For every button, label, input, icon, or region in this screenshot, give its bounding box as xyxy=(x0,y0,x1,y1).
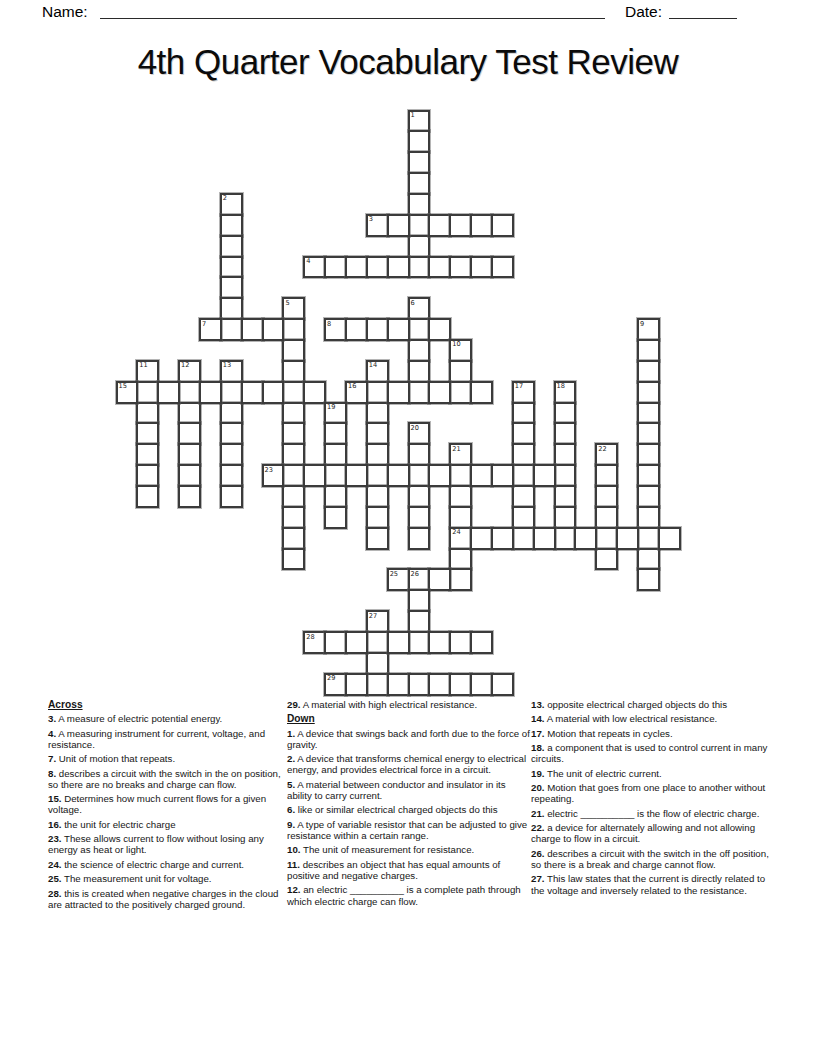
grid-cell[interactable] xyxy=(282,381,305,404)
clue-number: 25 xyxy=(390,571,398,578)
grid-cell[interactable] xyxy=(554,422,577,445)
grid-cell[interactable] xyxy=(637,548,660,571)
clue-number: 16 xyxy=(348,383,356,390)
clue-number: 15 xyxy=(119,383,127,390)
clue-number: 1 xyxy=(411,112,415,119)
grid-cell[interactable] xyxy=(387,464,410,487)
grid-cell[interactable] xyxy=(220,464,243,487)
clue-column-2: 29. A material with high electrical resi… xyxy=(287,699,531,910)
grid-cell[interactable] xyxy=(282,506,305,529)
grid-cell[interactable] xyxy=(408,610,431,633)
grid-cell[interactable] xyxy=(408,193,431,216)
grid-cell[interactable] xyxy=(345,256,368,279)
grid-cell[interactable] xyxy=(595,548,618,571)
grid-cell[interactable] xyxy=(616,527,639,550)
clue-number: 28 xyxy=(306,634,314,641)
grid-cell[interactable] xyxy=(136,402,159,425)
grid-cell[interactable] xyxy=(303,464,326,487)
grid-cell[interactable] xyxy=(470,256,493,279)
grid-cell[interactable] xyxy=(554,527,577,550)
grid-cell[interactable] xyxy=(428,256,451,279)
clue-number: 9 xyxy=(640,321,644,328)
down-clue-12: 12. an electric __________ is a complete… xyxy=(287,884,531,906)
grid-cell[interactable] xyxy=(470,464,493,487)
clue-number: 24 xyxy=(452,529,460,536)
clue-number: 17 xyxy=(515,383,523,390)
grid-cell[interactable] xyxy=(408,631,431,654)
clue-number: 27 xyxy=(369,613,377,620)
grid-cell[interactable] xyxy=(512,443,535,466)
grid-cell[interactable] xyxy=(178,443,201,466)
grid-cell[interactable] xyxy=(595,506,618,529)
grid-cell[interactable] xyxy=(199,381,222,404)
grid-cell[interactable] xyxy=(324,464,347,487)
grid-cell[interactable] xyxy=(366,443,389,466)
grid-cell[interactable] xyxy=(595,527,618,550)
across-clue-24: 24. the science of electric charge and c… xyxy=(48,859,288,870)
down-clue-19: 19. The unit of electric current. xyxy=(531,768,779,779)
grid-cell[interactable] xyxy=(449,485,472,508)
grid-cell[interactable] xyxy=(637,381,660,404)
down-clue-20: 20. Motion that goes from one place to a… xyxy=(531,782,779,804)
grid-cell[interactable] xyxy=(220,276,243,299)
grid-cell[interactable] xyxy=(220,214,243,237)
grid-cell[interactable] xyxy=(574,527,597,550)
grid-cell[interactable] xyxy=(449,568,472,591)
grid-cell[interactable] xyxy=(512,485,535,508)
grid-cell[interactable] xyxy=(136,422,159,445)
grid-cell[interactable] xyxy=(324,631,347,654)
grid-cell[interactable] xyxy=(220,402,243,425)
grid-cell[interactable] xyxy=(387,673,410,696)
down-clue-9: 9. A type of variable resistor that can … xyxy=(287,819,531,841)
clue-number: 12 xyxy=(181,362,189,369)
grid-cell[interactable] xyxy=(241,381,264,404)
grid-cell[interactable] xyxy=(408,151,431,174)
grid-cell[interactable] xyxy=(491,214,514,237)
grid-cell[interactable] xyxy=(408,527,431,550)
grid-cell[interactable] xyxy=(449,214,472,237)
grid-cell[interactable] xyxy=(408,443,431,466)
grid-cell[interactable] xyxy=(512,506,535,529)
grid-cell[interactable] xyxy=(178,422,201,445)
worksheet-page: Name: Date: 4th Quarter Vocabulary Test … xyxy=(0,0,816,1056)
across-clue-4: 4. A measuring instrument for current, v… xyxy=(48,728,288,750)
clue-number: 29 xyxy=(327,675,335,682)
clue-number: 18 xyxy=(557,383,565,390)
clue-number: 3 xyxy=(369,216,373,223)
grid-cell[interactable] xyxy=(136,464,159,487)
grid-cell[interactable] xyxy=(282,402,305,425)
grid-cell[interactable] xyxy=(408,214,431,237)
grid-cell[interactable] xyxy=(449,673,472,696)
grid-cell[interactable] xyxy=(637,360,660,383)
grid-cell[interactable] xyxy=(366,506,389,529)
grid-cell[interactable] xyxy=(637,443,660,466)
grid-cell[interactable] xyxy=(366,402,389,425)
clue-number: 26 xyxy=(411,571,419,578)
grid-cell[interactable] xyxy=(491,673,514,696)
grid-cell[interactable] xyxy=(387,318,410,341)
clue-number: 2 xyxy=(223,195,227,202)
across-clue-29: 29. A material with high electrical resi… xyxy=(287,699,531,710)
grid-cell[interactable] xyxy=(637,506,660,529)
grid-cell[interactable] xyxy=(449,256,472,279)
grid-cell[interactable] xyxy=(428,568,451,591)
grid-cell[interactable] xyxy=(220,485,243,508)
grid-cell[interactable] xyxy=(408,506,431,529)
grid-cell[interactable] xyxy=(658,527,681,550)
grid-cell[interactable] xyxy=(345,673,368,696)
grid-cell[interactable] xyxy=(533,464,556,487)
grid-cell[interactable] xyxy=(366,381,389,404)
grid-cell[interactable] xyxy=(366,464,389,487)
grid-cell[interactable] xyxy=(637,568,660,591)
grid-cell[interactable] xyxy=(282,527,305,550)
grid-cell[interactable] xyxy=(637,402,660,425)
grid-cell[interactable] xyxy=(637,527,660,550)
clue-number: 10 xyxy=(452,341,460,348)
grid-cell[interactable] xyxy=(324,443,347,466)
grid-cell[interactable] xyxy=(449,464,472,487)
clue-column-1: Across3. A measure of electric potential… xyxy=(48,699,288,913)
grid-cell[interactable] xyxy=(366,485,389,508)
grid-cell[interactable] xyxy=(408,464,431,487)
down-clue-2: 2. A device that transforms chemical ene… xyxy=(287,753,531,775)
clue-number: 22 xyxy=(598,446,606,453)
grid-cell[interactable] xyxy=(366,527,389,550)
grid-cell[interactable] xyxy=(449,506,472,529)
across-clue-8: 8. describes a circuit with the switch i… xyxy=(48,768,288,790)
down-clue-17: 17. Motion that repeats in cycles. xyxy=(531,728,779,739)
grid-cell[interactable] xyxy=(220,422,243,445)
grid-cell[interactable] xyxy=(470,527,493,550)
grid-cell[interactable] xyxy=(387,256,410,279)
clue-number: 5 xyxy=(285,300,289,307)
grid-cell[interactable] xyxy=(345,631,368,654)
grid-cell[interactable] xyxy=(512,464,535,487)
grid-cell[interactable] xyxy=(512,422,535,445)
grid-cell[interactable] xyxy=(282,422,305,445)
grid-cell[interactable] xyxy=(220,381,243,404)
grid-cell[interactable] xyxy=(262,381,285,404)
grid-cell[interactable] xyxy=(449,381,472,404)
grid-cell[interactable] xyxy=(428,673,451,696)
grid-cell[interactable] xyxy=(387,214,410,237)
across-header: Across xyxy=(48,699,288,710)
grid-cell[interactable] xyxy=(449,548,472,571)
grid-cell[interactable] xyxy=(408,235,431,258)
grid-cell[interactable] xyxy=(595,485,618,508)
down-clue-22: 22. a device for alternately allowing an… xyxy=(531,822,779,844)
grid-cell[interactable] xyxy=(282,464,305,487)
clue-number: 21 xyxy=(452,446,460,453)
grid-cell[interactable] xyxy=(178,402,201,425)
down-clue-10: 10. The unit of measurement for resistan… xyxy=(287,844,531,855)
grid-cell[interactable] xyxy=(178,485,201,508)
clue-number: 23 xyxy=(265,467,273,474)
grid-cell[interactable] xyxy=(387,381,410,404)
grid-cell[interactable] xyxy=(324,422,347,445)
grid-cell[interactable] xyxy=(449,631,472,654)
grid-cell[interactable] xyxy=(428,214,451,237)
grid-cell[interactable] xyxy=(366,422,389,445)
across-clue-16: 16. the unit for electric charge xyxy=(48,819,288,830)
grid-cell[interactable] xyxy=(366,256,389,279)
grid-cell[interactable] xyxy=(262,318,285,341)
grid-cell[interactable] xyxy=(157,381,180,404)
across-clue-15: 15. Determines how much current flows fo… xyxy=(48,793,288,815)
clue-number: 7 xyxy=(202,321,206,328)
grid-cell[interactable] xyxy=(491,527,514,550)
grid-cell[interactable] xyxy=(324,256,347,279)
grid-cell[interactable] xyxy=(408,381,431,404)
down-header: Down xyxy=(287,713,531,724)
grid-cell[interactable] xyxy=(345,464,368,487)
grid-cell[interactable] xyxy=(637,339,660,362)
down-clue-27: 27. This law states that the current is … xyxy=(531,873,779,895)
grid-cell[interactable] xyxy=(136,381,159,404)
across-clue-23: 23. These allows current to flow without… xyxy=(48,833,288,855)
grid-cell[interactable] xyxy=(470,673,493,696)
grid-cell[interactable] xyxy=(282,318,305,341)
grid-cell[interactable] xyxy=(220,297,243,320)
grid-cell[interactable] xyxy=(220,443,243,466)
grid-cell[interactable] xyxy=(408,256,431,279)
clue-number: 19 xyxy=(327,404,335,411)
grid-cell[interactable] xyxy=(324,506,347,529)
down-clue-14: 14. A material with low electrical resis… xyxy=(531,713,779,724)
grid-cell[interactable] xyxy=(637,464,660,487)
clue-number: 11 xyxy=(139,362,147,369)
grid-cell[interactable] xyxy=(408,360,431,383)
grid-cell[interactable] xyxy=(428,631,451,654)
grid-cell[interactable] xyxy=(220,318,243,341)
grid-cell[interactable] xyxy=(408,339,431,362)
grid-cell[interactable] xyxy=(178,381,201,404)
grid-cell[interactable] xyxy=(366,673,389,696)
grid-cell[interactable] xyxy=(491,256,514,279)
clue-number: 4 xyxy=(306,258,310,265)
grid-cell[interactable] xyxy=(408,172,431,195)
down-clue-18: 18. a component that is used to control … xyxy=(531,742,779,764)
across-clue-7: 7. Unit of motion that repeats. xyxy=(48,753,288,764)
grid-cell[interactable] xyxy=(136,485,159,508)
grid-cell[interactable] xyxy=(178,464,201,487)
grid-cell[interactable] xyxy=(470,214,493,237)
down-clue-26: 26. describes a circuit with the switch … xyxy=(531,848,779,870)
grid-cell[interactable] xyxy=(512,527,535,550)
clue-number: 6 xyxy=(411,300,415,307)
grid-cell[interactable] xyxy=(282,443,305,466)
grid-cell[interactable] xyxy=(512,402,535,425)
down-clue-6: 6. like or similar electrical charged ob… xyxy=(287,804,531,815)
grid-cell[interactable] xyxy=(303,381,326,404)
grid-cell[interactable] xyxy=(554,506,577,529)
grid-cell[interactable] xyxy=(282,339,305,362)
grid-cell[interactable] xyxy=(408,673,431,696)
grid-cell[interactable] xyxy=(554,402,577,425)
grid-cell[interactable] xyxy=(366,631,389,654)
grid-cell[interactable] xyxy=(470,381,493,404)
across-clue-3: 3. A measure of electric potential energ… xyxy=(48,713,288,724)
grid-cell[interactable] xyxy=(324,485,347,508)
grid-cell[interactable] xyxy=(470,631,493,654)
grid-cell[interactable] xyxy=(282,485,305,508)
grid-cell[interactable] xyxy=(491,464,514,487)
clue-number: 13 xyxy=(223,362,231,369)
grid-cell[interactable] xyxy=(408,130,431,153)
down-clue-13: 13. opposite electrical charged objects … xyxy=(531,699,779,710)
grid-cell[interactable] xyxy=(408,485,431,508)
clue-column-3: 13. opposite electrical charged objects … xyxy=(531,699,779,899)
clue-number: 20 xyxy=(411,425,419,432)
grid-cell[interactable] xyxy=(428,318,451,341)
clue-number: 14 xyxy=(369,362,377,369)
grid-cell[interactable] xyxy=(533,527,556,550)
grid-cell[interactable] xyxy=(428,381,451,404)
grid-cell[interactable] xyxy=(241,318,264,341)
grid-cell[interactable] xyxy=(637,422,660,445)
down-clue-1: 1. A device that swings back and forth d… xyxy=(287,728,531,750)
crossword-board: 1234567891011121314151617181920212223242… xyxy=(0,0,816,700)
grid-cell[interactable] xyxy=(345,318,368,341)
grid-cell[interactable] xyxy=(408,318,431,341)
grid-cell[interactable] xyxy=(449,360,472,383)
grid-cell[interactable] xyxy=(282,360,305,383)
grid-cell[interactable] xyxy=(408,589,431,612)
grid-cell[interactable] xyxy=(220,256,243,279)
grid-cell[interactable] xyxy=(220,235,243,258)
grid-cell[interactable] xyxy=(554,485,577,508)
down-clue-11: 11. describes an object that has equal a… xyxy=(287,859,531,881)
grid-cell[interactable] xyxy=(554,443,577,466)
down-clue-5: 5. A material between conductor and insu… xyxy=(287,779,531,801)
down-clue-21: 21. electric __________ is the flow of e… xyxy=(531,808,779,819)
grid-cell[interactable] xyxy=(595,464,618,487)
grid-cell[interactable] xyxy=(366,318,389,341)
across-clue-28: 28. this is created when negative charge… xyxy=(48,888,288,910)
grid-cell[interactable] xyxy=(282,548,305,571)
grid-cell[interactable] xyxy=(366,652,389,675)
grid-cell[interactable] xyxy=(387,631,410,654)
grid-cell[interactable] xyxy=(637,485,660,508)
grid-cell[interactable] xyxy=(428,464,451,487)
across-clue-25: 25. The measurement unit for voltage. xyxy=(48,873,288,884)
clue-number: 8 xyxy=(327,321,331,328)
grid-cell[interactable] xyxy=(136,443,159,466)
grid-cell[interactable] xyxy=(554,464,577,487)
